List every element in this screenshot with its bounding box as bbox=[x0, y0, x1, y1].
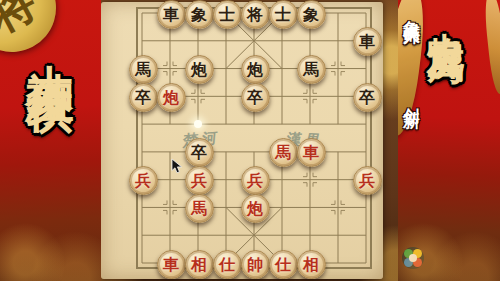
piece-black-pawn[interactable]: 卒 bbox=[129, 83, 158, 112]
piece-red-horse[interactable]: 馬 bbox=[185, 194, 214, 223]
mouse-cursor bbox=[171, 158, 185, 175]
logo-center-icon bbox=[409, 254, 417, 262]
piece-red-cannon[interactable]: 炮 bbox=[241, 194, 270, 223]
piece-black-chariot[interactable]: 車 bbox=[157, 0, 186, 29]
piece-red-pawn[interactable]: 兵 bbox=[353, 166, 382, 195]
channel-logo bbox=[402, 247, 424, 269]
left-banner: 将 大神象棋 bbox=[0, 0, 101, 281]
piece-red-general[interactable]: 帥 bbox=[241, 250, 270, 279]
logo-petal-icon bbox=[404, 249, 413, 258]
piece-black-horse[interactable]: 馬 bbox=[297, 55, 326, 84]
piece-black-chariot[interactable]: 車 bbox=[353, 27, 382, 56]
piece-black-pawn[interactable]: 卒 bbox=[185, 138, 214, 167]
logo-petal-icon bbox=[413, 258, 422, 267]
piece-red-chariot[interactable]: 車 bbox=[297, 138, 326, 167]
right-banner-subtitle2: 创新 bbox=[401, 94, 424, 100]
piece-red-elephant[interactable]: 相 bbox=[185, 250, 214, 279]
piece-red-advisor[interactable]: 仕 bbox=[213, 250, 242, 279]
piece-red-horse[interactable]: 馬 bbox=[269, 138, 298, 167]
right-banner: 象棋大师 创新 中炮对屏风马 bbox=[398, 0, 500, 281]
piece-black-advisor[interactable]: 士 bbox=[269, 0, 298, 29]
piece-red-cannon[interactable]: 炮 bbox=[157, 83, 186, 112]
logo-petal-icon bbox=[404, 258, 413, 267]
piece-black-elephant[interactable]: 象 bbox=[185, 0, 214, 29]
piece-red-pawn[interactable]: 兵 bbox=[129, 166, 158, 195]
logo-petal-icon bbox=[413, 249, 422, 258]
piece-black-horse[interactable]: 馬 bbox=[129, 55, 158, 84]
piece-black-advisor[interactable]: 士 bbox=[213, 0, 242, 29]
decor-gold-edge bbox=[483, 0, 500, 95]
piece-black-general[interactable]: 将 bbox=[241, 0, 270, 29]
piece-black-cannon[interactable]: 炮 bbox=[241, 55, 270, 84]
piece-black-pawn[interactable]: 卒 bbox=[241, 83, 270, 112]
piece-black-cannon[interactable]: 炮 bbox=[185, 55, 214, 84]
right-banner-title: 中炮对屏风马 bbox=[421, 3, 471, 27]
piece-red-pawn[interactable]: 兵 bbox=[185, 166, 214, 195]
piece-black-pawn[interactable]: 卒 bbox=[353, 83, 382, 112]
piece-red-elephant[interactable]: 相 bbox=[297, 250, 326, 279]
piece-red-chariot[interactable]: 車 bbox=[157, 250, 186, 279]
video-thumbnail: 楚河 漢界 車象士将士象車馬炮炮馬卒炮卒卒卒馬車兵兵兵兵馬炮車相仕帥仕相 将 大… bbox=[0, 0, 500, 281]
piece-red-pawn[interactable]: 兵 bbox=[241, 166, 270, 195]
piece-red-advisor[interactable]: 仕 bbox=[269, 250, 298, 279]
left-banner-title: 大神象棋 bbox=[19, 26, 83, 54]
piece-black-elephant[interactable]: 象 bbox=[297, 0, 326, 29]
